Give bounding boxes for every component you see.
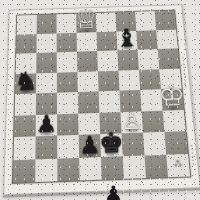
square-r4c3: [57, 72, 78, 93]
square-r1c6: [115, 12, 136, 31]
square-r7c6: [122, 133, 145, 156]
square-r1c3: [57, 14, 77, 33]
square-r5c2: [36, 93, 57, 115]
square-r2c7: [136, 30, 157, 50]
square-r8c2: [35, 158, 57, 182]
square-r7c2: [35, 136, 57, 159]
square-r8c6: [123, 155, 146, 179]
square-r5c5: [99, 91, 121, 113]
square-r7c3: [57, 135, 79, 158]
square-r5c1: [15, 93, 36, 115]
square-r7c5: ♚: [100, 133, 123, 156]
square-r4c8: [159, 68, 181, 89]
square-r7c1: [14, 136, 36, 159]
square-r2c1: [16, 34, 36, 54]
square-r8c1: [13, 159, 35, 183]
square-r3c4: [77, 51, 98, 72]
square-r5c7: [140, 89, 162, 111]
square-r6c8: [163, 109, 186, 131]
square-r5c8: ♔: [161, 88, 184, 110]
square-r6c1: [14, 115, 36, 138]
square-r4c4: [77, 71, 98, 92]
square-r8c7: [144, 154, 168, 178]
board-maker-logo: ⁂: [173, 160, 183, 170]
board-brand-text-bottom: ∙∙∙∙∙∙: [189, 144, 196, 166]
square-r3c7: [138, 49, 160, 69]
square-r8c8: ⁂: [166, 153, 190, 177]
square-r3c8: [158, 48, 180, 68]
square-r8c5: [101, 156, 124, 180]
chess-board-photo: ♕♝♞♔♟♙♟♚⁂ ∙∙∙∙∙∙∙∙∙∙ ∙∙∙∙∙∙ ∙∙: [3, 4, 200, 195]
square-r6c7: [142, 110, 165, 132]
square-r5c3: [57, 92, 78, 114]
square-r3c3: [57, 52, 78, 73]
square-r4c5: [98, 70, 120, 91]
square-r6c2: ♟: [36, 114, 58, 137]
captured-black-pawn: ♟: [104, 184, 123, 200]
square-r2c5: [96, 31, 117, 51]
square-r3c6: [117, 50, 138, 70]
square-r5c4: [78, 91, 100, 113]
square-r5c6: [119, 90, 141, 112]
square-r7c8: [164, 131, 188, 154]
square-r2c3: [57, 32, 77, 52]
square-r3c1: [16, 53, 37, 74]
square-r1c7: [135, 11, 156, 30]
black-pawn-b3: ♟: [36, 112, 57, 136]
square-r3c2: [36, 52, 57, 73]
square-r1c5: [96, 12, 117, 31]
square-r6c6: ♙: [120, 111, 143, 133]
square-r1c1: [17, 15, 37, 34]
square-r4c7: [139, 69, 161, 90]
square-r1c2: [37, 14, 57, 33]
square-r2c6: ♝: [116, 30, 137, 50]
square-r4c6: [118, 69, 140, 90]
square-r3c5: [97, 50, 118, 71]
black-pawn-d2: ♟: [79, 133, 101, 158]
square-r7c7: [143, 132, 166, 155]
square-r6c3: [57, 113, 79, 136]
square-r7c4: ♟: [79, 134, 101, 157]
square-r1c8: [155, 10, 176, 29]
square-r2c4: [77, 32, 98, 52]
square-r8c4: [79, 157, 102, 181]
square-r1c4: ♕: [76, 13, 96, 32]
square-r8c3: [57, 157, 79, 181]
square-r4c2: [36, 72, 57, 93]
square-r6c4: [78, 112, 100, 134]
square-r4c1: ♞: [15, 73, 36, 94]
square-r2c8: [156, 29, 178, 49]
square-r6c5: [99, 112, 121, 134]
chess-board: ♕♝♞♔♟♙♟♚⁂: [12, 10, 191, 184]
square-r2c2: [36, 33, 56, 53]
white-pawn-f3: ♙: [121, 109, 143, 133]
